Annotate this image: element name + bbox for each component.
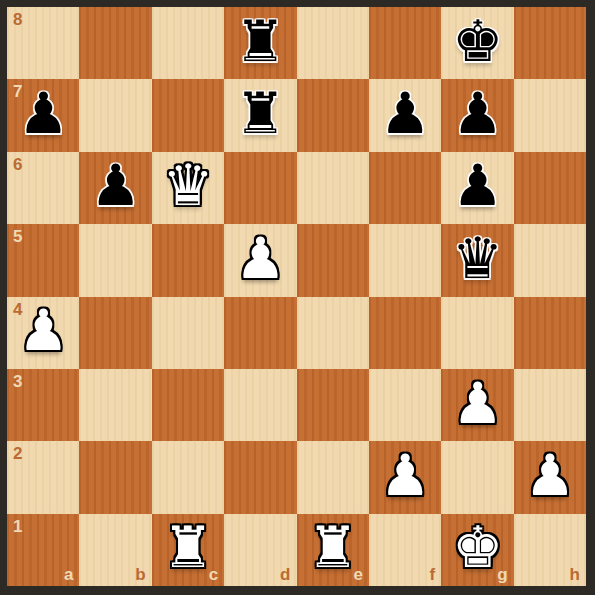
rank-label-1: 1	[13, 518, 22, 535]
white-rook-e1[interactable]: ♜	[307, 519, 358, 576]
square-e1[interactable]: e♜	[297, 514, 369, 586]
chessboard-screenshot: 8♜♚7♟♜♟♟6♟♛♟5♟♛4♟3♟2♟♟1abc♜de♜fg♚h	[0, 0, 595, 595]
square-c1[interactable]: c♜	[152, 514, 224, 586]
square-f3[interactable]	[369, 369, 441, 441]
square-f7[interactable]: ♟	[369, 79, 441, 151]
square-g7[interactable]: ♟	[441, 79, 513, 151]
square-c8[interactable]	[152, 7, 224, 79]
chess-board: 8♜♚7♟♜♟♟6♟♛♟5♟♛4♟3♟2♟♟1abc♜de♜fg♚h	[7, 7, 586, 586]
square-g3[interactable]: ♟	[441, 369, 513, 441]
square-b5[interactable]	[79, 224, 151, 296]
square-e4[interactable]	[297, 297, 369, 369]
square-d6[interactable]	[224, 152, 296, 224]
square-a3[interactable]: 3	[7, 369, 79, 441]
file-label-a: a	[64, 566, 73, 583]
square-g5[interactable]: ♛	[441, 224, 513, 296]
square-e8[interactable]	[297, 7, 369, 79]
square-a2[interactable]: 2	[7, 441, 79, 513]
square-a7[interactable]: 7♟	[7, 79, 79, 151]
rank-label-3: 3	[13, 373, 22, 390]
white-pawn-d5[interactable]: ♟	[235, 230, 286, 287]
square-f4[interactable]	[369, 297, 441, 369]
square-b1[interactable]: b	[79, 514, 151, 586]
square-g6[interactable]: ♟	[441, 152, 513, 224]
square-c5[interactable]	[152, 224, 224, 296]
white-king-g1[interactable]: ♚	[452, 519, 503, 576]
square-g8[interactable]: ♚	[441, 7, 513, 79]
square-a4[interactable]: 4♟	[7, 297, 79, 369]
black-rook-d7[interactable]: ♜	[235, 85, 286, 142]
square-c6[interactable]: ♛	[152, 152, 224, 224]
white-pawn-a4[interactable]: ♟	[18, 302, 69, 359]
black-pawn-g6[interactable]: ♟	[452, 157, 503, 214]
square-c4[interactable]	[152, 297, 224, 369]
square-h1[interactable]: h	[514, 514, 586, 586]
square-d1[interactable]: d	[224, 514, 296, 586]
square-b2[interactable]	[79, 441, 151, 513]
square-h5[interactable]	[514, 224, 586, 296]
square-h3[interactable]	[514, 369, 586, 441]
white-rook-c1[interactable]: ♜	[162, 519, 213, 576]
square-e2[interactable]	[297, 441, 369, 513]
square-f8[interactable]	[369, 7, 441, 79]
square-a6[interactable]: 6	[7, 152, 79, 224]
file-label-b: b	[135, 566, 145, 583]
black-king-g8[interactable]: ♚	[452, 13, 503, 70]
square-b3[interactable]	[79, 369, 151, 441]
rank-label-8: 8	[13, 11, 22, 28]
square-h6[interactable]	[514, 152, 586, 224]
black-pawn-b6[interactable]: ♟	[90, 157, 141, 214]
black-pawn-g7[interactable]: ♟	[452, 85, 503, 142]
square-h8[interactable]	[514, 7, 586, 79]
square-h2[interactable]: ♟	[514, 441, 586, 513]
black-pawn-a7[interactable]: ♟	[18, 85, 69, 142]
square-f1[interactable]: f	[369, 514, 441, 586]
square-b8[interactable]	[79, 7, 151, 79]
square-d2[interactable]	[224, 441, 296, 513]
square-d8[interactable]: ♜	[224, 7, 296, 79]
square-a8[interactable]: 8	[7, 7, 79, 79]
square-a5[interactable]: 5	[7, 224, 79, 296]
rank-label-2: 2	[13, 445, 22, 462]
square-c2[interactable]	[152, 441, 224, 513]
square-h4[interactable]	[514, 297, 586, 369]
square-d5[interactable]: ♟	[224, 224, 296, 296]
square-b7[interactable]	[79, 79, 151, 151]
square-c7[interactable]	[152, 79, 224, 151]
square-e7[interactable]	[297, 79, 369, 151]
square-d7[interactable]: ♜	[224, 79, 296, 151]
square-e6[interactable]	[297, 152, 369, 224]
square-c3[interactable]	[152, 369, 224, 441]
white-pawn-g3[interactable]: ♟	[452, 375, 503, 432]
square-f6[interactable]	[369, 152, 441, 224]
file-label-h: h	[570, 566, 580, 583]
file-label-f: f	[430, 566, 436, 583]
white-queen-c6[interactable]: ♛	[162, 157, 213, 214]
square-e5[interactable]	[297, 224, 369, 296]
square-f2[interactable]: ♟	[369, 441, 441, 513]
square-d3[interactable]	[224, 369, 296, 441]
white-pawn-f2[interactable]: ♟	[380, 447, 431, 504]
file-label-d: d	[280, 566, 290, 583]
rank-label-6: 6	[13, 156, 22, 173]
square-h7[interactable]	[514, 79, 586, 151]
black-queen-g5[interactable]: ♛	[452, 230, 503, 287]
white-pawn-h2[interactable]: ♟	[524, 447, 575, 504]
square-a1[interactable]: 1a	[7, 514, 79, 586]
square-d4[interactable]	[224, 297, 296, 369]
square-e3[interactable]	[297, 369, 369, 441]
square-g4[interactable]	[441, 297, 513, 369]
black-rook-d8[interactable]: ♜	[235, 13, 286, 70]
square-g2[interactable]	[441, 441, 513, 513]
square-b6[interactable]: ♟	[79, 152, 151, 224]
black-pawn-f7[interactable]: ♟	[380, 85, 431, 142]
square-b4[interactable]	[79, 297, 151, 369]
rank-label-5: 5	[13, 228, 22, 245]
square-f5[interactable]	[369, 224, 441, 296]
square-g1[interactable]: g♚	[441, 514, 513, 586]
